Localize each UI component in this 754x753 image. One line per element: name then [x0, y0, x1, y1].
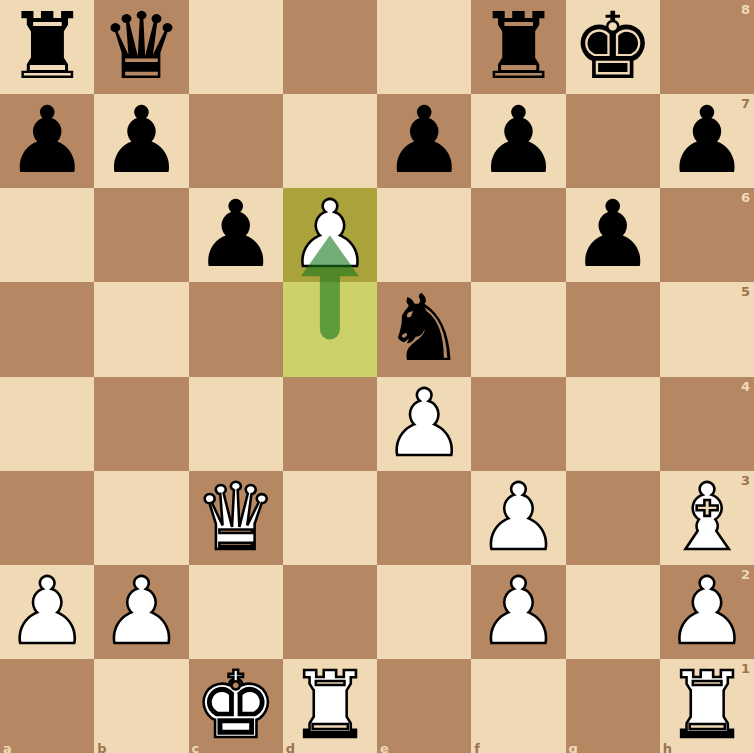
piece-black-pawn-f7[interactable]: ♟	[471, 94, 565, 188]
piece-white-pawn-f3[interactable]: ♟	[471, 471, 565, 565]
square-a5[interactable]	[0, 282, 94, 376]
square-d5[interactable]	[283, 282, 377, 376]
square-d8[interactable]	[283, 0, 377, 94]
square-c7[interactable]	[189, 94, 283, 188]
square-c3[interactable]: ♛	[189, 471, 283, 565]
rank-label-6: 6	[741, 190, 750, 205]
square-f4[interactable]	[471, 377, 565, 471]
chess-board: ♜♛♜♚8♟♟♟♟7♟♟♟♟6♞5♟4♛♟3♝♟♟♟2♟abc♚d♜efg1h♜	[0, 0, 754, 753]
square-b8[interactable]: ♛	[94, 0, 188, 94]
square-d4[interactable]	[283, 377, 377, 471]
square-c5[interactable]	[189, 282, 283, 376]
square-b4[interactable]	[94, 377, 188, 471]
piece-white-pawn-b2[interactable]: ♟	[94, 565, 188, 659]
square-h5[interactable]: 5	[660, 282, 754, 376]
rank-label-7: 7	[741, 96, 750, 111]
piece-black-queen-b8[interactable]: ♛	[94, 0, 188, 94]
square-b6[interactable]	[94, 188, 188, 282]
square-c8[interactable]	[189, 0, 283, 94]
square-h8[interactable]: 8	[660, 0, 754, 94]
square-h6[interactable]: 6	[660, 188, 754, 282]
square-g8[interactable]: ♚	[566, 0, 660, 94]
piece-black-pawn-b7[interactable]: ♟	[94, 94, 188, 188]
square-e2[interactable]	[377, 565, 471, 659]
piece-white-king-c1[interactable]: ♚	[189, 659, 283, 753]
rank-label-2: 2	[741, 567, 750, 582]
piece-black-pawn-g6[interactable]: ♟	[566, 188, 660, 282]
square-b7[interactable]: ♟	[94, 94, 188, 188]
square-f6[interactable]	[471, 188, 565, 282]
square-a4[interactable]	[0, 377, 94, 471]
square-g7[interactable]	[566, 94, 660, 188]
piece-white-pawn-f2[interactable]: ♟	[471, 565, 565, 659]
square-g1[interactable]: g	[566, 659, 660, 753]
square-b2[interactable]: ♟	[94, 565, 188, 659]
square-g4[interactable]	[566, 377, 660, 471]
piece-black-pawn-e7[interactable]: ♟	[377, 94, 471, 188]
square-g3[interactable]	[566, 471, 660, 565]
square-d1[interactable]: d♜	[283, 659, 377, 753]
square-d6[interactable]: ♟	[283, 188, 377, 282]
square-h3[interactable]: 3♝	[660, 471, 754, 565]
square-a2[interactable]: ♟	[0, 565, 94, 659]
square-f5[interactable]	[471, 282, 565, 376]
piece-white-queen-c3[interactable]: ♛	[189, 471, 283, 565]
square-g6[interactable]: ♟	[566, 188, 660, 282]
square-a8[interactable]: ♜	[0, 0, 94, 94]
square-b3[interactable]	[94, 471, 188, 565]
piece-white-rook-d1[interactable]: ♜	[283, 659, 377, 753]
square-e5[interactable]: ♞	[377, 282, 471, 376]
piece-black-knight-e5[interactable]: ♞	[377, 282, 471, 376]
piece-black-king-g8[interactable]: ♚	[566, 0, 660, 94]
square-f2[interactable]: ♟	[471, 565, 565, 659]
square-c1[interactable]: c♚	[189, 659, 283, 753]
square-a7[interactable]: ♟	[0, 94, 94, 188]
piece-white-pawn-a2[interactable]: ♟	[0, 565, 94, 659]
square-g5[interactable]	[566, 282, 660, 376]
square-e6[interactable]	[377, 188, 471, 282]
square-h2[interactable]: 2♟	[660, 565, 754, 659]
file-label-d: d	[286, 741, 295, 753]
square-c2[interactable]	[189, 565, 283, 659]
file-label-f: f	[474, 741, 480, 753]
piece-black-rook-a8[interactable]: ♜	[0, 0, 94, 94]
square-g2[interactable]	[566, 565, 660, 659]
square-f3[interactable]: ♟	[471, 471, 565, 565]
square-h4[interactable]: 4	[660, 377, 754, 471]
square-e8[interactable]	[377, 0, 471, 94]
square-f1[interactable]: f	[471, 659, 565, 753]
square-d2[interactable]	[283, 565, 377, 659]
piece-black-rook-f8[interactable]: ♜	[471, 0, 565, 94]
square-f7[interactable]: ♟	[471, 94, 565, 188]
square-a3[interactable]	[0, 471, 94, 565]
piece-black-pawn-h7[interactable]: ♟	[660, 94, 754, 188]
piece-black-pawn-c6[interactable]: ♟	[189, 188, 283, 282]
file-label-g: g	[569, 741, 578, 753]
file-label-b: b	[97, 741, 106, 753]
file-label-h: h	[663, 741, 672, 753]
piece-white-pawn-d6[interactable]: ♟	[283, 188, 377, 282]
rank-label-3: 3	[741, 473, 750, 488]
square-a6[interactable]	[0, 188, 94, 282]
square-c6[interactable]: ♟	[189, 188, 283, 282]
file-label-a: a	[3, 741, 12, 753]
file-label-e: e	[380, 741, 389, 753]
square-h1[interactable]: 1h♜	[660, 659, 754, 753]
square-e3[interactable]	[377, 471, 471, 565]
square-e7[interactable]: ♟	[377, 94, 471, 188]
piece-black-pawn-a7[interactable]: ♟	[0, 94, 94, 188]
rank-label-1: 1	[741, 661, 750, 676]
rank-label-8: 8	[741, 2, 750, 17]
square-e1[interactable]: e	[377, 659, 471, 753]
piece-white-pawn-e4[interactable]: ♟	[377, 377, 471, 471]
last-move-highlight-d5	[283, 282, 377, 376]
square-b5[interactable]	[94, 282, 188, 376]
square-e4[interactable]: ♟	[377, 377, 471, 471]
square-f8[interactable]: ♜	[471, 0, 565, 94]
square-a1[interactable]: a	[0, 659, 94, 753]
square-b1[interactable]: b	[94, 659, 188, 753]
rank-label-4: 4	[741, 379, 750, 394]
square-c4[interactable]	[189, 377, 283, 471]
rank-label-5: 5	[741, 284, 750, 299]
piece-white-pawn-h2[interactable]: ♟	[660, 565, 754, 659]
square-d3[interactable]	[283, 471, 377, 565]
file-label-c: c	[192, 741, 200, 753]
piece-white-bishop-h3[interactable]: ♝	[660, 471, 754, 565]
square-h7[interactable]: 7♟	[660, 94, 754, 188]
piece-white-rook-h1[interactable]: ♜	[660, 659, 754, 753]
square-d7[interactable]	[283, 94, 377, 188]
